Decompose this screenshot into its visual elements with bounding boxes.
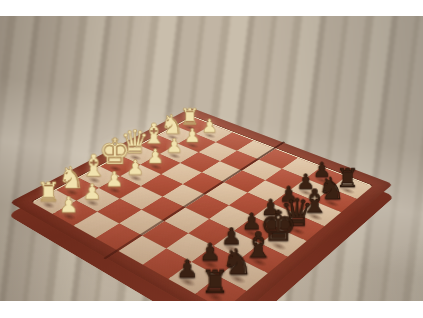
white-pawn: ♟ (183, 127, 200, 145)
letterbox-top (0, 0, 423, 16)
white-pawn: ♟ (82, 182, 101, 202)
photo: ♜♟♟♜♞♟♟♞♝♟♟♝♛♟♟♛♚♟♟♚♝♟♟♝♞♟♟♞♜♟♟♜ (0, 16, 423, 301)
black-pawn: ♟ (199, 242, 221, 265)
white-pawn: ♟ (165, 137, 182, 155)
white-knight: ♞ (58, 163, 85, 191)
white-pawn: ♟ (104, 170, 123, 190)
photo-scene: ♜♟♟♜♞♟♟♞♝♟♟♝♛♟♟♛♚♟♟♚♝♟♟♝♞♟♟♞♜♟♟♜ (0, 0, 423, 318)
white-pawn: ♟ (146, 148, 164, 167)
white-pawn: ♟ (58, 195, 78, 216)
black-pawn: ♟ (176, 258, 198, 282)
letterbox-bottom (0, 301, 423, 318)
white-pawn: ♟ (126, 159, 144, 178)
white-rook: ♜ (36, 179, 60, 204)
white-pawn: ♟ (201, 118, 218, 135)
black-rook: ♜ (200, 267, 229, 297)
